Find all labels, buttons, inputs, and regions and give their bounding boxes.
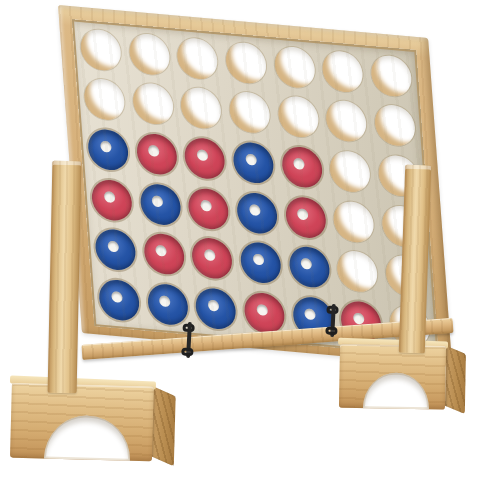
cell-r2c7 [369, 99, 421, 153]
hole-empty-r2c6 [325, 100, 368, 144]
disc-red-r5c3 [191, 237, 234, 281]
right-foot-side [445, 346, 466, 414]
hole-empty-r4c6 [332, 200, 375, 244]
left-foot [8, 290, 198, 475]
cell-r3c4 [227, 136, 279, 190]
cell-r3c3 [179, 131, 231, 185]
cell-r4c6 [328, 195, 380, 249]
disc-blue-r6c3 [195, 287, 238, 331]
hole-empty-r1c4 [225, 41, 268, 85]
peg [32, 300, 46, 358]
cell-r5c5 [283, 240, 335, 294]
disc-red-r6c4 [243, 291, 286, 335]
disc-red-r5c2 [143, 233, 186, 277]
disc-blue-r5c4 [239, 241, 282, 285]
cell-r4c4 [231, 186, 283, 240]
cell-r1c6 [317, 44, 369, 98]
hole-empty-r2c3 [180, 87, 223, 131]
disc-blue-r4c2 [139, 182, 182, 226]
cell-r4c2 [134, 177, 186, 231]
hole-empty-r2c5 [277, 95, 320, 139]
cell-r1c3 [172, 31, 224, 85]
cell-r5c2 [138, 227, 190, 281]
disc-blue-r5c1 [94, 228, 137, 272]
hole-empty-r2c7 [373, 104, 416, 148]
latch-ring-icon [181, 348, 193, 357]
peg [96, 317, 110, 375]
disc-blue-r3c1 [87, 128, 130, 172]
cell-r2c5 [272, 90, 324, 144]
cell-r4c1 [86, 173, 138, 227]
cell-r2c4 [224, 86, 276, 140]
hole-empty-r1c1 [80, 28, 123, 72]
cell-r2c6 [320, 94, 372, 148]
hole-empty-r1c7 [370, 54, 413, 98]
hole-empty-r1c5 [273, 45, 316, 89]
disc-red-r3c5 [280, 145, 323, 189]
cell-r4c3 [183, 182, 235, 236]
latch-ring-icon [325, 327, 337, 336]
cell-r3c5 [276, 140, 328, 194]
peg [442, 284, 452, 334]
cell-r2c1 [79, 73, 131, 127]
hole-empty-r2c1 [83, 78, 126, 122]
cell-r1c5 [268, 40, 320, 94]
cell-r2c3 [175, 81, 227, 135]
cell-r1c7 [365, 49, 417, 103]
disc-red-r4c1 [91, 178, 134, 222]
cell-r1c1 [75, 23, 127, 77]
disc-red-r4c5 [284, 195, 327, 239]
hole-empty-r2c2 [132, 82, 175, 126]
disc-blue-r5c5 [288, 246, 331, 290]
cell-r3c2 [131, 127, 183, 181]
hole-empty-r1c2 [128, 32, 171, 76]
latch-icon [325, 304, 341, 338]
cell-r3c6 [324, 144, 376, 198]
cell-r6c3 [190, 282, 242, 336]
disc-red-r3c2 [135, 132, 178, 176]
hole-empty-r2c4 [228, 91, 271, 135]
hole-empty-r1c3 [176, 36, 219, 80]
hidden-blue-discs [331, 271, 369, 281]
hole-empty-r3c6 [329, 150, 372, 194]
cell-r5c1 [90, 223, 142, 277]
hole-empty-r1c6 [321, 49, 364, 93]
cell-r1c4 [220, 36, 272, 90]
disc-red-r4c3 [187, 187, 230, 231]
disc-red-r3c3 [184, 137, 227, 181]
left-foot-side [151, 386, 176, 466]
cell-r4c5 [279, 190, 331, 244]
latch-icon [181, 322, 197, 359]
cell-r1c2 [123, 27, 175, 81]
cell-r5c4 [235, 236, 287, 290]
disc-blue-r4c4 [236, 191, 279, 235]
scene [0, 0, 488, 488]
cell-r2c2 [127, 77, 179, 131]
disc-blue-r3c4 [232, 141, 275, 185]
left-post [48, 161, 82, 394]
cell-r3c1 [82, 123, 134, 177]
cell-r5c3 [186, 232, 238, 286]
